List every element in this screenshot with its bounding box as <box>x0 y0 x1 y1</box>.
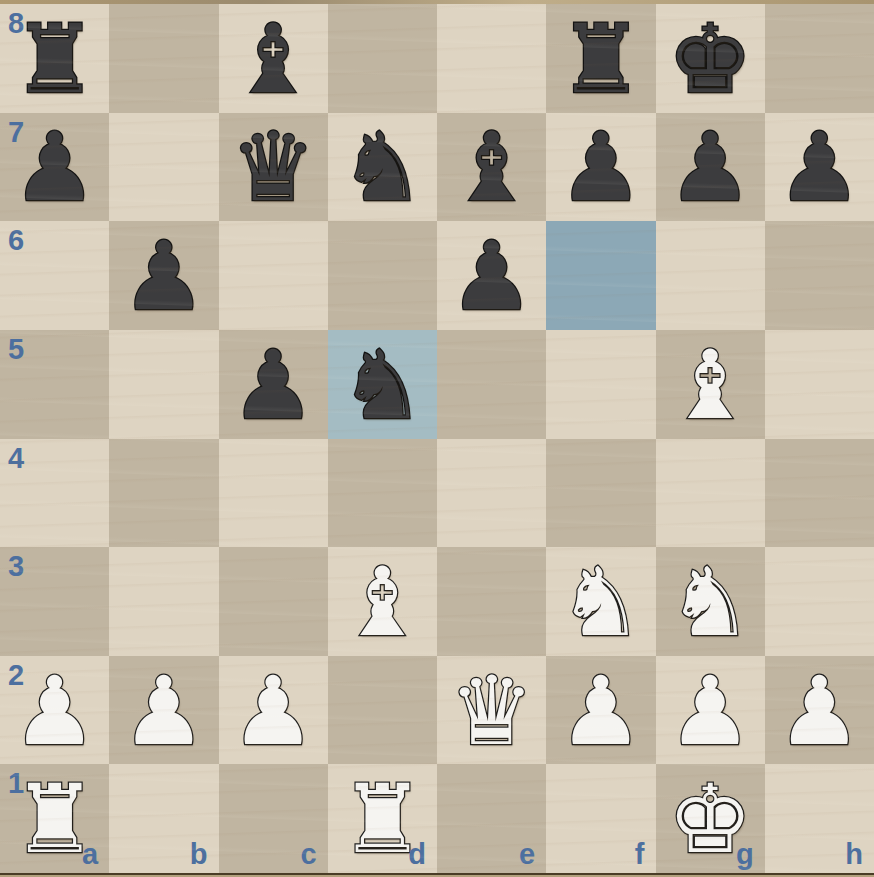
square-g8[interactable]: ♚︎ <box>656 4 765 113</box>
square-d1[interactable]: ♜︎d <box>328 764 437 873</box>
piece-black-pawn[interactable]: ♟︎ <box>12 120 97 215</box>
square-e7[interactable]: ♝︎ <box>437 113 546 222</box>
square-a3[interactable]: 3 <box>0 547 109 656</box>
piece-black-pawn[interactable]: ♟︎ <box>558 120 643 215</box>
square-c8[interactable]: ♝︎ <box>219 4 328 113</box>
square-c5[interactable]: ♟︎ <box>219 330 328 439</box>
board-edge-bottom <box>0 873 874 877</box>
square-h3[interactable] <box>765 547 874 656</box>
square-b7[interactable] <box>109 113 218 222</box>
piece-black-pawn[interactable]: ♟︎ <box>449 229 534 324</box>
square-h1[interactable]: h <box>765 764 874 873</box>
square-h2[interactable]: ♟︎ <box>765 656 874 765</box>
square-d7[interactable]: ♞︎ <box>328 113 437 222</box>
square-d4[interactable] <box>328 439 437 548</box>
square-g6[interactable] <box>656 221 765 330</box>
piece-white-knight[interactable]: ♞︎ <box>558 555 643 650</box>
square-c4[interactable] <box>219 439 328 548</box>
chess-board: ♜︎8♝︎♜︎♚︎♟︎7♛︎♞︎♝︎♟︎♟︎♟︎6♟︎♟︎5♟︎♞︎♝︎43♝︎… <box>0 4 874 873</box>
square-f4[interactable] <box>546 439 655 548</box>
piece-black-queen[interactable]: ♛︎ <box>231 120 316 215</box>
piece-white-knight[interactable]: ♞︎ <box>668 555 753 650</box>
square-f7[interactable]: ♟︎ <box>546 113 655 222</box>
piece-black-bishop[interactable]: ♝︎ <box>449 120 534 215</box>
square-a2[interactable]: ♟︎2 <box>0 656 109 765</box>
square-g7[interactable]: ♟︎ <box>656 113 765 222</box>
square-d8[interactable] <box>328 4 437 113</box>
square-b4[interactable] <box>109 439 218 548</box>
square-d6[interactable] <box>328 221 437 330</box>
square-g3[interactable]: ♞︎ <box>656 547 765 656</box>
square-c2[interactable]: ♟︎ <box>219 656 328 765</box>
square-b6[interactable]: ♟︎ <box>109 221 218 330</box>
piece-black-rook[interactable]: ♜︎ <box>558 12 643 107</box>
square-a1[interactable]: ♜︎1a <box>0 764 109 873</box>
square-b3[interactable] <box>109 547 218 656</box>
square-h7[interactable]: ♟︎ <box>765 113 874 222</box>
rank-label-3: 3 <box>8 552 24 581</box>
piece-white-pawn[interactable]: ♟︎ <box>231 664 316 759</box>
square-g4[interactable] <box>656 439 765 548</box>
piece-black-rook[interactable]: ♜︎ <box>12 12 97 107</box>
piece-white-pawn[interactable]: ♟︎ <box>777 664 862 759</box>
square-b8[interactable] <box>109 4 218 113</box>
square-d5[interactable]: ♞︎ <box>328 330 437 439</box>
square-e1[interactable]: e <box>437 764 546 873</box>
piece-black-pawn[interactable]: ♟︎ <box>777 120 862 215</box>
piece-white-king[interactable]: ♚︎ <box>668 772 753 867</box>
chess-board-container: ♜︎8♝︎♜︎♚︎♟︎7♛︎♞︎♝︎♟︎♟︎♟︎6♟︎♟︎5♟︎♞︎♝︎43♝︎… <box>0 0 874 877</box>
piece-black-pawn[interactable]: ♟︎ <box>668 120 753 215</box>
piece-white-rook[interactable]: ♜︎ <box>340 772 425 867</box>
square-c1[interactable]: c <box>219 764 328 873</box>
rank-label-6: 6 <box>8 226 24 255</box>
square-b5[interactable] <box>109 330 218 439</box>
file-label-e: e <box>519 840 535 869</box>
square-b1[interactable]: b <box>109 764 218 873</box>
file-label-f: f <box>635 840 645 869</box>
square-b2[interactable]: ♟︎ <box>109 656 218 765</box>
piece-black-knight[interactable]: ♞︎ <box>340 120 425 215</box>
piece-black-pawn[interactable]: ♟︎ <box>121 229 206 324</box>
square-a7[interactable]: ♟︎7 <box>0 113 109 222</box>
piece-white-pawn[interactable]: ♟︎ <box>121 664 206 759</box>
square-f3[interactable]: ♞︎ <box>546 547 655 656</box>
square-f1[interactable]: f <box>546 764 655 873</box>
square-h8[interactable] <box>765 4 874 113</box>
piece-white-pawn[interactable]: ♟︎ <box>12 664 97 759</box>
square-h4[interactable] <box>765 439 874 548</box>
square-d2[interactable] <box>328 656 437 765</box>
square-a6[interactable]: 6 <box>0 221 109 330</box>
rank-label-4: 4 <box>8 444 24 473</box>
square-e2[interactable]: ♛︎ <box>437 656 546 765</box>
square-a4[interactable]: 4 <box>0 439 109 548</box>
piece-white-pawn[interactable]: ♟︎ <box>558 664 643 759</box>
square-g1[interactable]: ♚︎g <box>656 764 765 873</box>
piece-white-bishop[interactable]: ♝︎ <box>668 338 753 433</box>
square-e5[interactable] <box>437 330 546 439</box>
piece-white-pawn[interactable]: ♟︎ <box>668 664 753 759</box>
piece-black-king[interactable]: ♚︎ <box>668 12 753 107</box>
square-f6[interactable] <box>546 221 655 330</box>
file-label-c: c <box>301 840 317 869</box>
square-e6[interactable]: ♟︎ <box>437 221 546 330</box>
square-e4[interactable] <box>437 439 546 548</box>
square-g5[interactable]: ♝︎ <box>656 330 765 439</box>
square-c6[interactable] <box>219 221 328 330</box>
square-c7[interactable]: ♛︎ <box>219 113 328 222</box>
square-e8[interactable] <box>437 4 546 113</box>
square-g2[interactable]: ♟︎ <box>656 656 765 765</box>
piece-black-bishop[interactable]: ♝︎ <box>231 12 316 107</box>
square-e3[interactable] <box>437 547 546 656</box>
piece-black-pawn[interactable]: ♟︎ <box>231 338 316 433</box>
square-f8[interactable]: ♜︎ <box>546 4 655 113</box>
piece-white-rook[interactable]: ♜︎ <box>12 772 97 867</box>
square-h6[interactable] <box>765 221 874 330</box>
piece-black-knight[interactable]: ♞︎ <box>340 338 425 433</box>
square-a8[interactable]: ♜︎8 <box>0 4 109 113</box>
piece-white-bishop[interactable]: ♝︎ <box>340 555 425 650</box>
file-label-h: h <box>845 840 863 869</box>
square-f5[interactable] <box>546 330 655 439</box>
square-f2[interactable]: ♟︎ <box>546 656 655 765</box>
piece-white-queen[interactable]: ♛︎ <box>449 664 534 759</box>
file-label-b: b <box>190 840 208 869</box>
square-d3[interactable]: ♝︎ <box>328 547 437 656</box>
square-a5[interactable]: 5 <box>0 330 109 439</box>
rank-label-5: 5 <box>8 335 24 364</box>
square-c3[interactable] <box>219 547 328 656</box>
square-h5[interactable] <box>765 330 874 439</box>
